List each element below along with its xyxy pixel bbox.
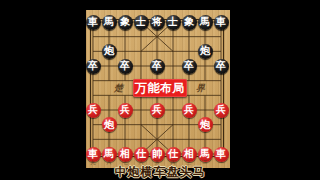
piece-red-soldier[interactable]: 兵 [182, 103, 197, 118]
piece-black-chariot[interactable]: 車 [214, 15, 229, 30]
piece-black-soldier[interactable]: 卒 [150, 59, 165, 74]
river-label-left: 楚 [114, 82, 123, 95]
piece-red-soldier[interactable]: 兵 [118, 103, 133, 118]
piece-red-soldier[interactable]: 兵 [214, 103, 229, 118]
caption-text: 中炮横车盘头马 [0, 165, 320, 180]
piece-black-cannon[interactable]: 炮 [198, 44, 213, 59]
piece-black-soldier[interactable]: 卒 [86, 59, 101, 74]
piece-red-soldier[interactable]: 兵 [150, 103, 165, 118]
piece-red-cannon[interactable]: 炮 [102, 117, 117, 132]
piece-black-cannon[interactable]: 炮 [102, 44, 117, 59]
piece-black-soldier[interactable]: 卒 [118, 59, 133, 74]
piece-black-elephant[interactable]: 象 [182, 15, 197, 30]
piece-black-advisor[interactable]: 士 [166, 15, 181, 30]
piece-black-soldier[interactable]: 卒 [182, 59, 197, 74]
overlay-banner: 万能布局 [133, 79, 187, 97]
piece-red-soldier[interactable]: 兵 [86, 103, 101, 118]
piece-black-chariot[interactable]: 車 [86, 15, 101, 30]
river-label-right: 界 [196, 82, 205, 95]
piece-black-elephant[interactable]: 象 [118, 15, 133, 30]
piece-black-advisor[interactable]: 士 [134, 15, 149, 30]
video-frame: 楚 界 車馬象士将士象馬車炮炮卒卒卒卒卒兵兵兵兵兵炮炮車馬相仕帥仕相馬車九八七六… [0, 0, 320, 180]
piece-red-cannon[interactable]: 炮 [198, 117, 213, 132]
piece-black-general[interactable]: 将 [150, 15, 165, 30]
piece-black-soldier[interactable]: 卒 [214, 59, 229, 74]
piece-black-horse[interactable]: 馬 [198, 15, 213, 30]
piece-black-horse[interactable]: 馬 [102, 15, 117, 30]
